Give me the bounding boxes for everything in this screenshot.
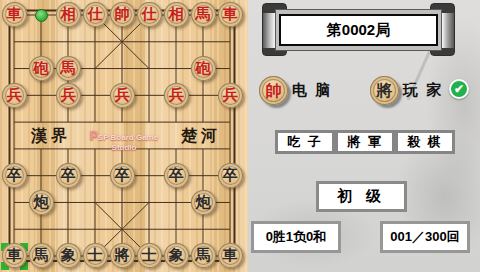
intersection-0-7[interactable] xyxy=(1,189,28,216)
intersection-2-8[interactable] xyxy=(55,216,82,243)
intersection-4-2[interactable] xyxy=(109,55,136,82)
intersection-3-7[interactable] xyxy=(82,189,109,216)
intersection-5-3[interactable] xyxy=(136,82,163,109)
intersection-3-1[interactable] xyxy=(82,28,109,55)
red-piece[interactable]: 兵 xyxy=(2,83,27,108)
computer-side-row: 帥 电 脑 xyxy=(259,76,332,105)
intersection-1-6[interactable] xyxy=(28,162,55,189)
black-piece[interactable]: 卒 xyxy=(56,163,81,188)
intersection-8-8[interactable] xyxy=(217,216,244,243)
banner-band: 第0002局 xyxy=(275,9,442,51)
intersection-8-7[interactable] xyxy=(217,189,244,216)
intersection-0-0[interactable]: 車 xyxy=(1,2,28,29)
red-piece[interactable]: 仕 xyxy=(137,2,162,27)
intersection-1-1[interactable] xyxy=(28,28,55,55)
intersection-4-4[interactable] xyxy=(109,109,136,136)
red-piece[interactable]: 兵 xyxy=(218,83,243,108)
intersection-3-5[interactable] xyxy=(82,135,109,162)
black-piece[interactable]: 象 xyxy=(164,243,189,268)
red-piece[interactable]: 馬 xyxy=(56,56,81,81)
intersection-8-9[interactable]: 車 xyxy=(217,242,244,269)
intersection-3-4[interactable] xyxy=(82,109,109,136)
intersection-5-5[interactable] xyxy=(136,135,163,162)
computer-label: 电 脑 xyxy=(292,81,332,100)
intersection-7-7[interactable]: 炮 xyxy=(190,189,217,216)
difficulty-level-button[interactable]: 初 级 xyxy=(316,181,407,212)
score-display: 0胜1负0和 xyxy=(251,221,341,253)
intersection-2-3[interactable]: 兵 xyxy=(55,82,82,109)
black-piece[interactable]: 車 xyxy=(218,243,243,268)
intersection-7-5[interactable] xyxy=(190,135,217,162)
intersection-6-9[interactable]: 象 xyxy=(163,242,190,269)
intersection-5-0[interactable]: 仕 xyxy=(136,2,163,29)
intersection-1-4[interactable] xyxy=(28,109,55,136)
black-piece[interactable]: 卒 xyxy=(2,163,27,188)
red-piece[interactable]: 兵 xyxy=(110,83,135,108)
black-piece[interactable]: 將 xyxy=(110,243,135,268)
red-piece[interactable]: 兵 xyxy=(164,83,189,108)
intersection-3-6[interactable] xyxy=(82,162,109,189)
intersection-3-0[interactable]: 仕 xyxy=(82,2,109,29)
intersection-4-0[interactable]: 帥 xyxy=(109,2,136,29)
intersection-4-6[interactable]: 卒 xyxy=(109,162,136,189)
intersection-6-4[interactable] xyxy=(163,109,190,136)
intersection-6-0[interactable]: 相 xyxy=(163,2,190,29)
intersection-0-2[interactable] xyxy=(1,55,28,82)
black-piece[interactable]: 卒 xyxy=(164,163,189,188)
intersection-8-0[interactable]: 車 xyxy=(217,2,244,29)
intersection-2-6[interactable]: 卒 xyxy=(55,162,82,189)
intersection-4-8[interactable] xyxy=(109,216,136,243)
intersection-8-1[interactable] xyxy=(217,28,244,55)
intersection-7-6[interactable] xyxy=(190,162,217,189)
player-label: 玩 家 xyxy=(403,81,443,100)
intersection-0-5[interactable] xyxy=(1,135,28,162)
intersection-8-4[interactable] xyxy=(217,109,244,136)
red-piece[interactable]: 仕 xyxy=(83,2,108,27)
intersection-5-6[interactable] xyxy=(136,162,163,189)
intersection-2-9[interactable]: 象 xyxy=(55,242,82,269)
black-piece[interactable]: 車 xyxy=(2,243,27,268)
intersection-2-4[interactable] xyxy=(55,109,82,136)
black-piece[interactable]: 士 xyxy=(83,243,108,268)
intersection-1-9[interactable]: 馬 xyxy=(28,242,55,269)
intersection-2-5[interactable] xyxy=(55,135,82,162)
game-number-label: 第0002局 xyxy=(279,14,438,46)
black-piece[interactable]: 卒 xyxy=(110,163,135,188)
intersection-6-3[interactable]: 兵 xyxy=(163,82,190,109)
intersection-5-1[interactable] xyxy=(136,28,163,55)
intersection-6-8[interactable] xyxy=(163,216,190,243)
red-general-icon: 帥 xyxy=(259,76,288,105)
red-piece[interactable]: 帥 xyxy=(110,2,135,27)
intersection-6-1[interactable] xyxy=(163,28,190,55)
black-piece[interactable]: 炮 xyxy=(29,190,54,215)
intersection-7-2[interactable]: 砲 xyxy=(190,55,217,82)
intersection-5-8[interactable] xyxy=(136,216,163,243)
checkmate-button[interactable]: 殺 棋 xyxy=(395,130,455,154)
intersection-4-9[interactable]: 將 xyxy=(109,242,136,269)
black-piece[interactable]: 馬 xyxy=(191,243,216,268)
intersection-1-2[interactable]: 砲 xyxy=(28,55,55,82)
intersection-5-9[interactable]: 士 xyxy=(136,242,163,269)
intersection-4-1[interactable] xyxy=(109,28,136,55)
black-piece[interactable]: 馬 xyxy=(29,243,54,268)
intersection-2-7[interactable] xyxy=(55,189,82,216)
intersection-7-1[interactable] xyxy=(190,28,217,55)
side-panel: 第0002局 帥 电 脑 將 玩 家 ✔ 吃 子 將 軍 殺 棋 初 级 0胜1… xyxy=(248,0,480,272)
red-piece[interactable]: 砲 xyxy=(191,56,216,81)
intersection-0-6[interactable]: 卒 xyxy=(1,162,28,189)
intersection-5-7[interactable] xyxy=(136,189,163,216)
intersection-6-2[interactable] xyxy=(163,55,190,82)
intersection-1-0[interactable] xyxy=(28,2,55,29)
intersection-2-1[interactable] xyxy=(55,28,82,55)
red-piece[interactable]: 車 xyxy=(2,2,27,27)
game-screen: 漢界 PSP Board Game Studio 楚河 車相仕帥仕相馬車砲馬砲兵… xyxy=(0,0,480,272)
intersection-2-2[interactable]: 馬 xyxy=(55,55,82,82)
intersection-0-1[interactable] xyxy=(1,28,28,55)
player-turn-check-icon: ✔ xyxy=(449,79,469,99)
intersection-8-2[interactable] xyxy=(217,55,244,82)
intersection-8-3[interactable]: 兵 xyxy=(217,82,244,109)
intersection-6-6[interactable]: 卒 xyxy=(163,162,190,189)
black-piece[interactable]: 士 xyxy=(137,243,162,268)
black-piece[interactable]: 炮 xyxy=(191,190,216,215)
intersection-4-3[interactable]: 兵 xyxy=(109,82,136,109)
intersection-7-4[interactable] xyxy=(190,109,217,136)
intersection-1-8[interactable] xyxy=(28,216,55,243)
red-piece[interactable]: 馬 xyxy=(191,2,216,27)
intersection-7-9[interactable]: 馬 xyxy=(190,242,217,269)
intersection-6-5[interactable] xyxy=(163,135,190,162)
intersection-8-6[interactable]: 卒 xyxy=(217,162,244,189)
intersection-1-5[interactable] xyxy=(28,135,55,162)
player-side-row: 將 玩 家 xyxy=(370,76,443,105)
intersection-3-9[interactable]: 士 xyxy=(82,242,109,269)
black-general-icon: 將 xyxy=(370,76,399,105)
intersection-7-0[interactable]: 馬 xyxy=(190,2,217,29)
intersection-0-8[interactable] xyxy=(1,216,28,243)
intersection-8-5[interactable] xyxy=(217,135,244,162)
intersection-3-2[interactable] xyxy=(82,55,109,82)
intersection-6-7[interactable] xyxy=(163,189,190,216)
intersection-1-7[interactable]: 炮 xyxy=(28,189,55,216)
intersection-0-4[interactable] xyxy=(1,109,28,136)
red-piece[interactable]: 兵 xyxy=(56,83,81,108)
intersection-1-3[interactable] xyxy=(28,82,55,109)
intersection-4-5[interactable] xyxy=(109,135,136,162)
intersection-7-8[interactable] xyxy=(190,216,217,243)
red-piece[interactable]: 砲 xyxy=(29,56,54,81)
red-piece[interactable]: 相 xyxy=(164,2,189,27)
intersection-4-7[interactable] xyxy=(109,189,136,216)
intersection-7-3[interactable] xyxy=(190,82,217,109)
intersection-0-3[interactable]: 兵 xyxy=(1,82,28,109)
black-piece[interactable]: 象 xyxy=(56,243,81,268)
intersection-5-2[interactable] xyxy=(136,55,163,82)
check-button[interactable]: 將 軍 xyxy=(335,130,395,154)
info-button-row: 吃 子 將 軍 殺 棋 xyxy=(275,130,455,154)
capture-button[interactable]: 吃 子 xyxy=(275,130,335,154)
red-piece[interactable]: 相 xyxy=(56,2,81,27)
round-display: 001／300回 xyxy=(380,221,470,253)
intersection-2-0[interactable]: 相 xyxy=(55,2,82,29)
intersection-3-3[interactable] xyxy=(82,82,109,109)
red-piece[interactable]: 車 xyxy=(218,2,243,27)
intersection-0-9[interactable]: 車 xyxy=(1,242,28,269)
xiangqi-board[interactable]: 漢界 PSP Board Game Studio 楚河 車相仕帥仕相馬車砲馬砲兵… xyxy=(0,0,248,272)
intersection-3-8[interactable] xyxy=(82,216,109,243)
black-piece[interactable]: 卒 xyxy=(218,163,243,188)
intersection-5-4[interactable] xyxy=(136,109,163,136)
game-number-banner: 第0002局 xyxy=(262,2,455,57)
board-grid: 車相仕帥仕相馬車砲馬砲兵兵兵兵兵卒卒卒卒卒炮炮車馬象士將士象馬車 xyxy=(1,2,244,270)
